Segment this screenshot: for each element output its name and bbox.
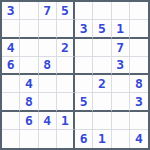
cell-r5c4[interactable] [57, 75, 75, 93]
cell-r8c4[interactable] [57, 130, 75, 148]
cell-r5c1[interactable] [2, 75, 20, 93]
cell-r8c8[interactable]: 4 [130, 130, 148, 148]
cell-r7c1[interactable] [2, 112, 20, 130]
cell-r5c7[interactable] [112, 75, 130, 93]
cell-r8c3[interactable] [39, 130, 57, 148]
cell-r3c7[interactable]: 7 [112, 39, 130, 57]
cell-r1c1[interactable]: 3 [2, 2, 20, 20]
cell-r3c4[interactable]: 2 [57, 39, 75, 57]
cell-r1c5[interactable] [75, 2, 93, 20]
cell-r4c4[interactable] [57, 57, 75, 75]
cell-r2c6[interactable]: 5 [93, 20, 111, 38]
cell-r1c4[interactable]: 5 [57, 2, 75, 20]
cell-r1c6[interactable] [93, 2, 111, 20]
cell-r3c3[interactable] [39, 39, 57, 57]
cell-r5c2[interactable]: 4 [20, 75, 38, 93]
cell-r7c7[interactable] [112, 112, 130, 130]
cell-r6c7[interactable] [112, 93, 130, 111]
cell-r2c5[interactable]: 3 [75, 20, 93, 38]
cell-r2c2[interactable] [20, 20, 38, 38]
cell-r8c7[interactable] [112, 130, 130, 148]
cell-r1c8[interactable] [130, 2, 148, 20]
cell-r4c7[interactable]: 3 [112, 57, 130, 75]
cell-r6c6[interactable] [93, 93, 111, 111]
cell-r4c6[interactable] [93, 57, 111, 75]
cell-r2c4[interactable] [57, 20, 75, 38]
cell-r6c4[interactable] [57, 93, 75, 111]
cell-r4c5[interactable] [75, 57, 93, 75]
cell-r2c7[interactable]: 1 [112, 20, 130, 38]
cell-r6c5[interactable]: 5 [75, 93, 93, 111]
cell-r6c1[interactable] [2, 93, 20, 111]
cell-r7c8[interactable] [130, 112, 148, 130]
cell-r8c1[interactable] [2, 130, 20, 148]
cell-r5c6[interactable]: 2 [93, 75, 111, 93]
cell-r2c1[interactable] [2, 20, 20, 38]
cell-r3c1[interactable]: 4 [2, 39, 20, 57]
cell-r6c3[interactable] [39, 93, 57, 111]
cell-r7c3[interactable]: 4 [39, 112, 57, 130]
cell-r4c1[interactable]: 6 [2, 57, 20, 75]
cell-r3c6[interactable] [93, 39, 111, 57]
cell-r1c3[interactable]: 7 [39, 2, 57, 20]
cell-r7c6[interactable] [93, 112, 111, 130]
cell-r7c5[interactable] [75, 112, 93, 130]
cell-r2c8[interactable] [130, 20, 148, 38]
cell-r5c5[interactable] [75, 75, 93, 93]
cell-r5c8[interactable]: 8 [130, 75, 148, 93]
cell-r3c5[interactable] [75, 39, 93, 57]
cell-r8c5[interactable]: 6 [75, 130, 93, 148]
cell-r1c2[interactable] [20, 2, 38, 20]
cell-r7c2[interactable]: 6 [20, 112, 38, 130]
cell-r8c2[interactable] [20, 130, 38, 148]
cell-r5c3[interactable] [39, 75, 57, 93]
sudoku-board: 375351427683428853641614 [0, 0, 150, 150]
cell-r8c6[interactable]: 1 [93, 130, 111, 148]
cell-r2c3[interactable] [39, 20, 57, 38]
cell-r1c7[interactable] [112, 2, 130, 20]
cell-r4c8[interactable] [130, 57, 148, 75]
cell-r3c2[interactable] [20, 39, 38, 57]
cell-r3c8[interactable] [130, 39, 148, 57]
cell-r4c2[interactable] [20, 57, 38, 75]
cell-r4c3[interactable]: 8 [39, 57, 57, 75]
cell-r6c8[interactable]: 3 [130, 93, 148, 111]
cell-r7c4[interactable]: 1 [57, 112, 75, 130]
cell-r6c2[interactable]: 8 [20, 93, 38, 111]
